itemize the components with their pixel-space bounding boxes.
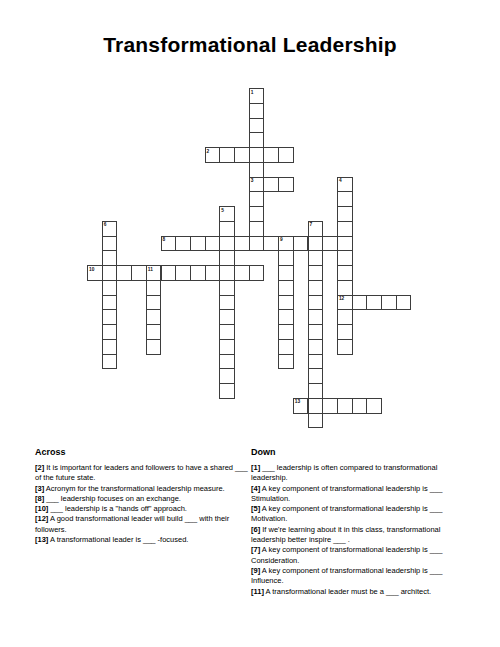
clue-number: [2]: [35, 463, 44, 472]
down-clue-4: [4] A key component of transformational …: [251, 484, 470, 505]
clue-number: [9]: [251, 566, 260, 575]
clue-number: [1]: [251, 463, 260, 472]
grid-cell[interactable]: [190, 265, 206, 281]
grid-cell[interactable]: [146, 324, 162, 340]
across-clues-section: Across [2] It is important for leaders a…: [35, 447, 251, 545]
cell-number: 4: [339, 178, 342, 183]
cell-number: 12: [339, 296, 344, 301]
grid-cell[interactable]: [234, 265, 250, 281]
grid-cell[interactable]: [205, 265, 221, 281]
grid-cell[interactable]: [337, 324, 353, 340]
grid-cell[interactable]: [131, 265, 147, 281]
grid-cell[interactable]: [234, 236, 250, 252]
grid-cell[interactable]: [337, 250, 353, 266]
grid-cell[interactable]: [308, 250, 324, 266]
grid-cell[interactable]: 11: [146, 265, 162, 281]
grid-cell[interactable]: [219, 295, 235, 311]
grid-cell[interactable]: [146, 295, 162, 311]
down-clue-9: [9] A key component of transformational …: [251, 566, 470, 587]
across-clue-10: [10] ___ leadership is a "hands off" app…: [35, 504, 251, 514]
grid-cell[interactable]: [308, 398, 324, 414]
grid-cell[interactable]: [278, 324, 294, 340]
across-clue-3: [3] Acronym for the transformational lea…: [35, 484, 251, 494]
grid-cell[interactable]: [102, 236, 118, 252]
cell-number: 5: [221, 208, 224, 213]
grid-cell[interactable]: [102, 309, 118, 325]
grid-cell[interactable]: [263, 147, 279, 163]
grid-cell[interactable]: [102, 265, 118, 281]
grid-cell[interactable]: [278, 250, 294, 266]
grid-cell[interactable]: [175, 265, 191, 281]
cell-number: 6: [104, 222, 107, 227]
grid-cell[interactable]: [278, 280, 294, 296]
cell-number: 1: [251, 90, 254, 95]
grid-cell[interactable]: [308, 324, 324, 340]
grid-cell[interactable]: [337, 265, 353, 281]
grid-cell[interactable]: [337, 221, 353, 237]
grid-cell[interactable]: [293, 236, 309, 252]
grid-cell[interactable]: 9: [278, 236, 294, 252]
down-clue-7: [7] A key component of transformational …: [251, 545, 470, 566]
grid-cell[interactable]: [263, 236, 279, 252]
grid-cell[interactable]: [308, 413, 324, 429]
across-clue-list: [2] It is important for leaders and foll…: [35, 463, 251, 545]
grid-cell[interactable]: [249, 162, 265, 178]
grid-cell[interactable]: [352, 398, 368, 414]
grid-cell[interactable]: [219, 339, 235, 355]
grid-cell[interactable]: [308, 309, 324, 325]
grid-cell[interactable]: [102, 280, 118, 296]
grid-cell[interactable]: 1: [249, 88, 265, 104]
grid-cell[interactable]: [161, 265, 177, 281]
across-clue-8: [8] ___ leadership focuses on an exchang…: [35, 494, 251, 504]
grid-cell[interactable]: [366, 398, 382, 414]
clue-number: [11]: [251, 587, 264, 596]
grid-cell[interactable]: [116, 265, 132, 281]
clue-number: [3]: [35, 484, 44, 493]
clue-number: [4]: [251, 484, 260, 493]
cell-number: 8: [163, 237, 166, 242]
grid-cell[interactable]: [396, 295, 412, 311]
grid-cell[interactable]: 3: [249, 177, 265, 193]
grid-cell[interactable]: [308, 236, 324, 252]
crossword-grid: 12345678910111213: [87, 88, 412, 429]
grid-cell[interactable]: [278, 339, 294, 355]
grid-cell[interactable]: [175, 236, 191, 252]
grid-cell[interactable]: [146, 309, 162, 325]
down-clues-section: Down [1] ___ leadership is often compare…: [251, 447, 470, 597]
grid-cell[interactable]: [219, 383, 235, 399]
grid-cell[interactable]: 6: [102, 221, 118, 237]
grid-cell[interactable]: [190, 236, 206, 252]
across-clue-13: [13] A transformational leader is ___ -f…: [35, 535, 251, 545]
grid-cell[interactable]: [308, 265, 324, 281]
grid-cell[interactable]: 8: [161, 236, 177, 252]
grid-cell[interactable]: [219, 221, 235, 237]
grid-cell[interactable]: [146, 280, 162, 296]
cell-number: 9: [280, 237, 283, 242]
clue-number: [13]: [35, 535, 48, 544]
grid-cell[interactable]: [249, 191, 265, 207]
across-clue-12: [12] A good transformational leader will…: [35, 514, 251, 535]
grid-cell[interactable]: [205, 236, 221, 252]
grid-cell[interactable]: [337, 236, 353, 252]
grid-cell[interactable]: [337, 339, 353, 355]
grid-cell[interactable]: [219, 265, 235, 281]
grid-cell[interactable]: 5: [219, 206, 235, 222]
down-clue-list: [1] ___ leadership is often compared to …: [251, 463, 470, 597]
grid-cell[interactable]: [249, 103, 265, 119]
clue-number: [10]: [35, 504, 48, 513]
grid-cell[interactable]: [337, 191, 353, 207]
cell-number: 13: [295, 399, 300, 404]
clue-number: [7]: [251, 545, 260, 554]
grid-cell[interactable]: 10: [87, 265, 103, 281]
grid-cell[interactable]: 2: [205, 147, 221, 163]
grid-cell[interactable]: 4: [337, 177, 353, 193]
grid-cell[interactable]: [308, 368, 324, 384]
grid-cell[interactable]: 7: [308, 221, 324, 237]
grid-cell[interactable]: [219, 354, 235, 370]
grid-cell[interactable]: [249, 147, 265, 163]
grid-cell[interactable]: [308, 354, 324, 370]
grid-cell[interactable]: [249, 206, 265, 222]
clue-number: [8]: [35, 494, 44, 503]
grid-cell[interactable]: [102, 295, 118, 311]
grid-cell[interactable]: [102, 354, 118, 370]
grid-cell[interactable]: [278, 177, 294, 193]
grid-cell[interactable]: 13: [293, 398, 309, 414]
cell-number: 3: [251, 178, 254, 183]
grid-cell[interactable]: [249, 132, 265, 148]
grid-cell[interactable]: [337, 206, 353, 222]
grid-cell[interactable]: [322, 236, 338, 252]
grid-cell[interactable]: [278, 265, 294, 281]
down-clue-5: [5] A key component of transformational …: [251, 504, 470, 525]
grid-cell[interactable]: [219, 147, 235, 163]
grid-cell[interactable]: [219, 250, 235, 266]
grid-cell[interactable]: [308, 383, 324, 399]
grid-cell[interactable]: [102, 339, 118, 355]
grid-cell[interactable]: [249, 265, 265, 281]
page: Transformational Leadership 123456789101…: [0, 0, 500, 647]
down-clue-11: [11] A transformational leader must be a…: [251, 587, 470, 597]
grid-cell[interactable]: [337, 280, 353, 296]
clue-number: [5]: [251, 504, 260, 513]
grid-cell[interactable]: [219, 236, 235, 252]
grid-cell[interactable]: [102, 250, 118, 266]
cell-number: 11: [148, 267, 153, 272]
grid-cell[interactable]: [219, 309, 235, 325]
grid-cell[interactable]: [219, 368, 235, 384]
grid-cell[interactable]: [263, 177, 279, 193]
grid-cell[interactable]: [366, 295, 382, 311]
grid-cell[interactable]: [381, 295, 397, 311]
grid-cell[interactable]: [337, 309, 353, 325]
grid-cell[interactable]: [249, 221, 265, 237]
down-clue-1: [1] ___ leadership is often compared to …: [251, 463, 470, 484]
grid-cell[interactable]: [278, 147, 294, 163]
grid-cell[interactable]: [308, 280, 324, 296]
grid-cell[interactable]: [234, 147, 250, 163]
across-heading: Across: [35, 447, 251, 457]
grid-cell[interactable]: [278, 309, 294, 325]
grid-cell[interactable]: [146, 339, 162, 355]
grid-cell[interactable]: [352, 295, 368, 311]
grid-cell[interactable]: [219, 324, 235, 340]
grid-cell[interactable]: [278, 354, 294, 370]
grid-cell[interactable]: [278, 295, 294, 311]
cell-number: 10: [89, 267, 94, 272]
grid-cell[interactable]: [249, 236, 265, 252]
clue-number: [6]: [251, 525, 260, 534]
page-title: Transformational Leadership: [0, 33, 500, 57]
grid-cell[interactable]: [308, 339, 324, 355]
across-clue-2: [2] It is important for leaders and foll…: [35, 463, 251, 484]
cell-number: 7: [310, 222, 313, 227]
grid-cell[interactable]: 12: [337, 295, 353, 311]
cell-number: 2: [207, 149, 210, 154]
down-clue-6: [6] If we're learning about it in this c…: [251, 525, 470, 546]
grid-cell[interactable]: [308, 295, 324, 311]
clue-number: [12]: [35, 514, 48, 523]
down-heading: Down: [251, 447, 470, 457]
grid-cell[interactable]: [249, 118, 265, 134]
grid-cell[interactable]: [219, 280, 235, 296]
grid-cell[interactable]: [337, 398, 353, 414]
grid-cell[interactable]: [322, 398, 338, 414]
grid-cell[interactable]: [102, 324, 118, 340]
